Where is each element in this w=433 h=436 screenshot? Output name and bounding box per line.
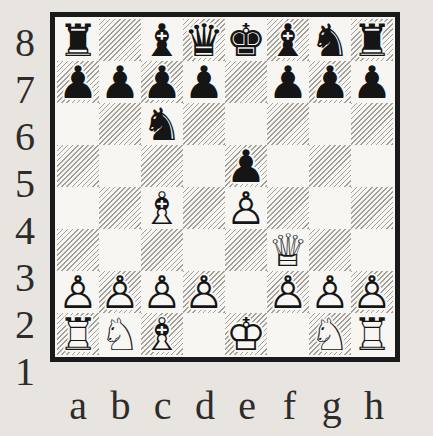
black-knight-halo: ♞ [141, 103, 183, 145]
square-c7[interactable]: ♟♟ [141, 61, 183, 103]
file-label-f: f [268, 380, 310, 430]
square-d5[interactable] [183, 145, 225, 187]
square-e2[interactable] [225, 271, 267, 313]
white-bishop-halo: ♝ [141, 187, 183, 229]
black-king-icon: ♚ [225, 19, 267, 61]
square-a5[interactable] [57, 145, 99, 187]
black-pawn-halo: ♟ [141, 61, 183, 103]
square-b8[interactable] [99, 19, 141, 61]
board-grid: ♜♜♝♝♛♛♚♚♝♝♞♞♜♜♟♟♟♟♟♟♟♟♟♟♟♟♟♟♞♞♟♟♝♗♟♙♛♕♟♙… [57, 19, 393, 355]
white-pawn-halo: ♟ [351, 271, 393, 313]
square-h6[interactable] [351, 103, 393, 145]
square-a3[interactable] [57, 229, 99, 271]
black-pawn-icon: ♟ [141, 61, 183, 103]
square-b6[interactable] [99, 103, 141, 145]
square-g4[interactable] [309, 187, 351, 229]
square-g8[interactable]: ♞♞ [309, 19, 351, 61]
black-pawn-icon: ♟ [309, 61, 351, 103]
black-pawn-icon: ♟ [225, 145, 267, 187]
square-a4[interactable] [57, 187, 99, 229]
black-bishop-halo: ♝ [141, 19, 183, 61]
square-g5[interactable] [309, 145, 351, 187]
white-bishop-halo: ♝ [141, 313, 183, 355]
square-g2[interactable]: ♟♙ [309, 271, 351, 313]
square-a2[interactable]: ♟♙ [57, 271, 99, 313]
square-a1[interactable]: ♜♖ [57, 313, 99, 355]
square-c1[interactable]: ♝♗ [141, 313, 183, 355]
square-f7[interactable]: ♟♟ [267, 61, 309, 103]
black-bishop-icon: ♝ [141, 19, 183, 61]
black-queen-halo: ♛ [183, 19, 225, 61]
square-b7[interactable]: ♟♟ [99, 61, 141, 103]
black-pawn-halo: ♟ [351, 61, 393, 103]
square-c8[interactable]: ♝♝ [141, 19, 183, 61]
white-pawn-icon: ♙ [99, 271, 141, 313]
square-d2[interactable]: ♟♙ [183, 271, 225, 313]
square-b1[interactable]: ♞♘ [99, 313, 141, 355]
square-f8[interactable]: ♝♝ [267, 19, 309, 61]
square-e6[interactable] [225, 103, 267, 145]
chess-diagram: 87654321 ♜♜♝♝♛♛♚♚♝♝♞♞♜♜♟♟♟♟♟♟♟♟♟♟♟♟♟♟♞♞♟… [0, 0, 433, 436]
file-label-g: g [311, 380, 353, 430]
square-e1[interactable]: ♚♔ [225, 313, 267, 355]
square-c3[interactable] [141, 229, 183, 271]
black-rook-halo: ♜ [351, 19, 393, 61]
white-pawn-halo: ♟ [267, 271, 309, 313]
square-f5[interactable] [267, 145, 309, 187]
black-pawn-icon: ♟ [267, 61, 309, 103]
white-pawn-icon: ♙ [309, 271, 351, 313]
square-f6[interactable] [267, 103, 309, 145]
rank-label-7: 7 [8, 66, 42, 113]
square-g7[interactable]: ♟♟ [309, 61, 351, 103]
black-queen-icon: ♛ [183, 19, 225, 61]
white-rook-icon: ♖ [351, 313, 393, 355]
white-bishop-icon: ♗ [141, 187, 183, 229]
square-h3[interactable] [351, 229, 393, 271]
white-rook-halo: ♜ [57, 313, 99, 355]
black-pawn-halo: ♟ [267, 61, 309, 103]
rank-labels: 87654321 [8, 19, 42, 357]
square-h2[interactable]: ♟♙ [351, 271, 393, 313]
square-g3[interactable] [309, 229, 351, 271]
square-f3[interactable]: ♛♕ [267, 229, 309, 271]
white-pawn-icon: ♙ [267, 271, 309, 313]
black-pawn-icon: ♟ [183, 61, 225, 103]
square-d7[interactable]: ♟♟ [183, 61, 225, 103]
square-a8[interactable]: ♜♜ [57, 19, 99, 61]
white-pawn-icon: ♙ [183, 271, 225, 313]
square-f2[interactable]: ♟♙ [267, 271, 309, 313]
white-pawn-icon: ♙ [141, 271, 183, 313]
file-label-h: h [353, 380, 395, 430]
white-pawn-halo: ♟ [309, 271, 351, 313]
square-d1[interactable] [183, 313, 225, 355]
rank-label-3: 3 [8, 254, 42, 301]
white-knight-icon: ♘ [99, 313, 141, 355]
white-queen-icon: ♕ [267, 229, 309, 271]
square-h5[interactable] [351, 145, 393, 187]
black-knight-icon: ♞ [141, 103, 183, 145]
white-knight-icon: ♘ [309, 313, 351, 355]
black-pawn-halo: ♟ [225, 145, 267, 187]
rank-label-5: 5 [8, 160, 42, 207]
square-a6[interactable] [57, 103, 99, 145]
black-pawn-halo: ♟ [309, 61, 351, 103]
white-pawn-halo: ♟ [225, 187, 267, 229]
square-a7[interactable]: ♟♟ [57, 61, 99, 103]
white-rook-icon: ♖ [57, 313, 99, 355]
white-pawn-icon: ♙ [57, 271, 99, 313]
file-label-c: c [142, 380, 184, 430]
black-pawn-halo: ♟ [183, 61, 225, 103]
square-c6[interactable]: ♞♞ [141, 103, 183, 145]
square-d4[interactable] [183, 187, 225, 229]
rank-label-4: 4 [8, 207, 42, 254]
chess-board: ♜♜♝♝♛♛♚♚♝♝♞♞♜♜♟♟♟♟♟♟♟♟♟♟♟♟♟♟♞♞♟♟♝♗♟♙♛♕♟♙… [50, 12, 400, 362]
square-f1[interactable] [267, 313, 309, 355]
white-rook-halo: ♜ [351, 313, 393, 355]
white-king-icon: ♔ [225, 313, 267, 355]
black-rook-halo: ♜ [57, 19, 99, 61]
file-label-e: e [226, 380, 268, 430]
black-pawn-icon: ♟ [99, 61, 141, 103]
rank-label-8: 8 [8, 19, 42, 66]
black-rook-icon: ♜ [351, 19, 393, 61]
square-e8[interactable]: ♚♚ [225, 19, 267, 61]
square-c4[interactable]: ♝♗ [141, 187, 183, 229]
white-pawn-halo: ♟ [141, 271, 183, 313]
square-b2[interactable]: ♟♙ [99, 271, 141, 313]
square-d3[interactable] [183, 229, 225, 271]
black-king-halo: ♚ [225, 19, 267, 61]
square-b4[interactable] [99, 187, 141, 229]
black-pawn-halo: ♟ [99, 61, 141, 103]
white-knight-halo: ♞ [309, 313, 351, 355]
square-h4[interactable] [351, 187, 393, 229]
black-bishop-halo: ♝ [267, 19, 309, 61]
black-rook-icon: ♜ [57, 19, 99, 61]
file-label-d: d [184, 380, 226, 430]
file-label-a: a [57, 380, 99, 430]
square-f4[interactable] [267, 187, 309, 229]
square-g6[interactable] [309, 103, 351, 145]
rank-label-1: 1 [8, 348, 42, 395]
white-pawn-icon: ♙ [351, 271, 393, 313]
square-e7[interactable] [225, 61, 267, 103]
white-queen-halo: ♛ [267, 229, 309, 271]
square-h8[interactable]: ♜♜ [351, 19, 393, 61]
rank-label-6: 6 [8, 113, 42, 160]
white-pawn-icon: ♙ [225, 187, 267, 229]
square-c5[interactable] [141, 145, 183, 187]
square-e4[interactable]: ♟♙ [225, 187, 267, 229]
square-b3[interactable] [99, 229, 141, 271]
black-bishop-icon: ♝ [267, 19, 309, 61]
square-d6[interactable] [183, 103, 225, 145]
black-pawn-halo: ♟ [57, 61, 99, 103]
square-b5[interactable] [99, 145, 141, 187]
black-knight-icon: ♞ [309, 19, 351, 61]
square-d8[interactable]: ♛♛ [183, 19, 225, 61]
square-h1[interactable]: ♜♖ [351, 313, 393, 355]
square-c2[interactable]: ♟♙ [141, 271, 183, 313]
white-pawn-halo: ♟ [57, 271, 99, 313]
square-h7[interactable]: ♟♟ [351, 61, 393, 103]
white-pawn-halo: ♟ [183, 271, 225, 313]
square-g1[interactable]: ♞♘ [309, 313, 351, 355]
black-pawn-icon: ♟ [351, 61, 393, 103]
white-knight-halo: ♞ [99, 313, 141, 355]
square-e5[interactable]: ♟♟ [225, 145, 267, 187]
file-label-b: b [99, 380, 141, 430]
white-king-halo: ♚ [225, 313, 267, 355]
white-bishop-icon: ♗ [141, 313, 183, 355]
black-knight-halo: ♞ [309, 19, 351, 61]
black-pawn-icon: ♟ [57, 61, 99, 103]
square-e3[interactable] [225, 229, 267, 271]
file-labels: abcdefgh [57, 380, 395, 430]
rank-label-2: 2 [8, 301, 42, 348]
white-pawn-halo: ♟ [99, 271, 141, 313]
